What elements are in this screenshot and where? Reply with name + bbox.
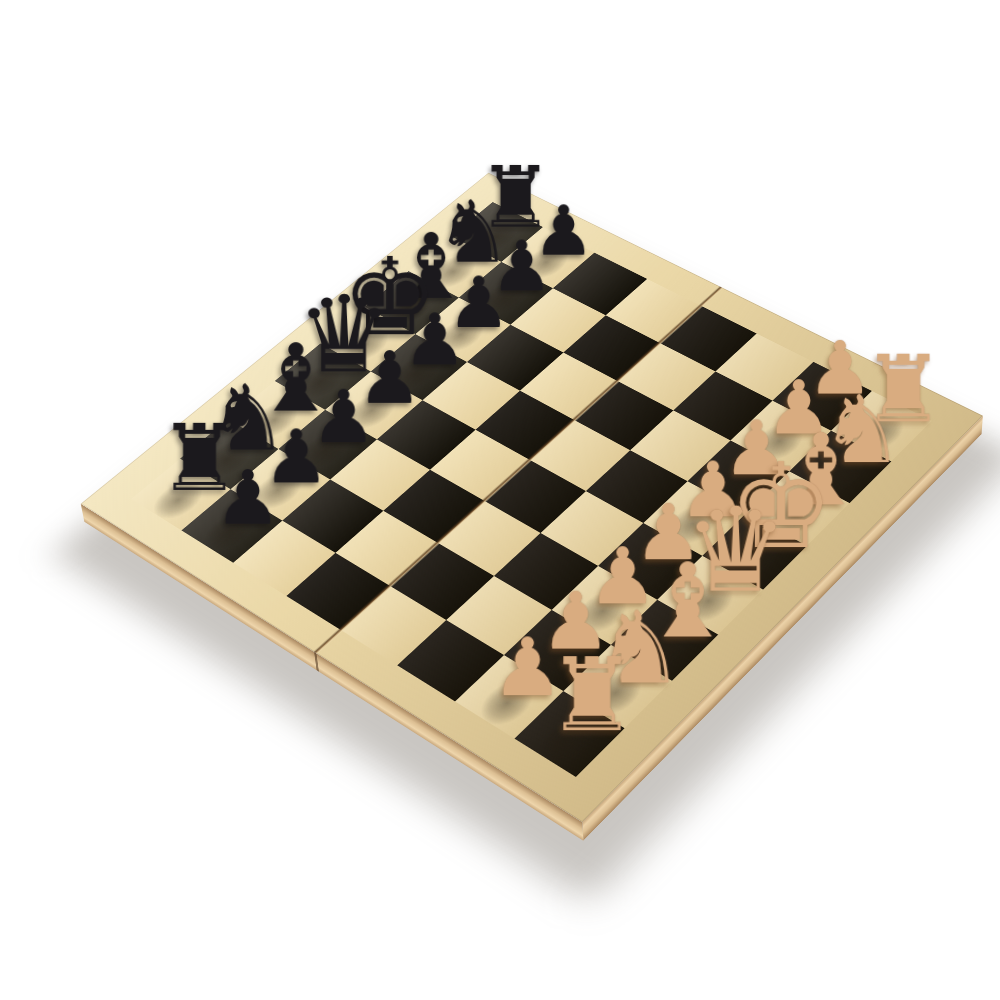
- square-h5[interactable]: [606, 279, 701, 343]
- square-h4[interactable]: [660, 306, 757, 372]
- square-e7[interactable]: [371, 334, 467, 400]
- square-g4[interactable]: [618, 343, 716, 410]
- square-g6[interactable]: [510, 288, 605, 352]
- square-d6[interactable]: [377, 400, 476, 470]
- square-h7[interactable]: [501, 227, 594, 288]
- chess-board: ♜♞♝♛♚♝♞♜♟♟♟♟♟♟♟♟♟♟♟♟♟♟♟♟♜♞♝♛♚♝♞♜: [81, 173, 983, 823]
- square-g5[interactable]: [563, 315, 660, 381]
- square-d8[interactable]: [275, 343, 371, 409]
- square-f5[interactable]: [520, 353, 618, 421]
- rook-glyph: ♜: [503, 646, 680, 748]
- square-f4[interactable]: [574, 381, 673, 450]
- square-h8[interactable]: [451, 202, 543, 262]
- square-f7[interactable]: [415, 298, 510, 362]
- square-g8[interactable]: [409, 236, 502, 297]
- square-e6[interactable]: [422, 362, 519, 430]
- product-photo-canvas: ♜♞♝♛♚♝♞♜♟♟♟♟♟♟♟♟♟♟♟♟♟♟♟♟♜♞♝♛♚♝♞♜: [0, 0, 1000, 1000]
- square-f8[interactable]: [365, 271, 459, 334]
- piece-white-rook-a1[interactable]: ♜: [515, 691, 625, 777]
- square-f6[interactable]: [467, 325, 563, 391]
- piece-black-pawn-a7[interactable]: ♟: [181, 489, 282, 563]
- square-g7[interactable]: [459, 262, 553, 325]
- square-e5[interactable]: [476, 391, 575, 460]
- square-e8[interactable]: [320, 307, 415, 372]
- square-h6[interactable]: [553, 253, 647, 316]
- pawn-glyph: ♟: [167, 460, 329, 535]
- scene-3d: ♜♞♝♛♚♝♞♜♟♟♟♟♟♟♟♟♟♟♟♟♟♟♟♟♜♞♝♛♚♝♞♜: [0, 0, 1000, 1000]
